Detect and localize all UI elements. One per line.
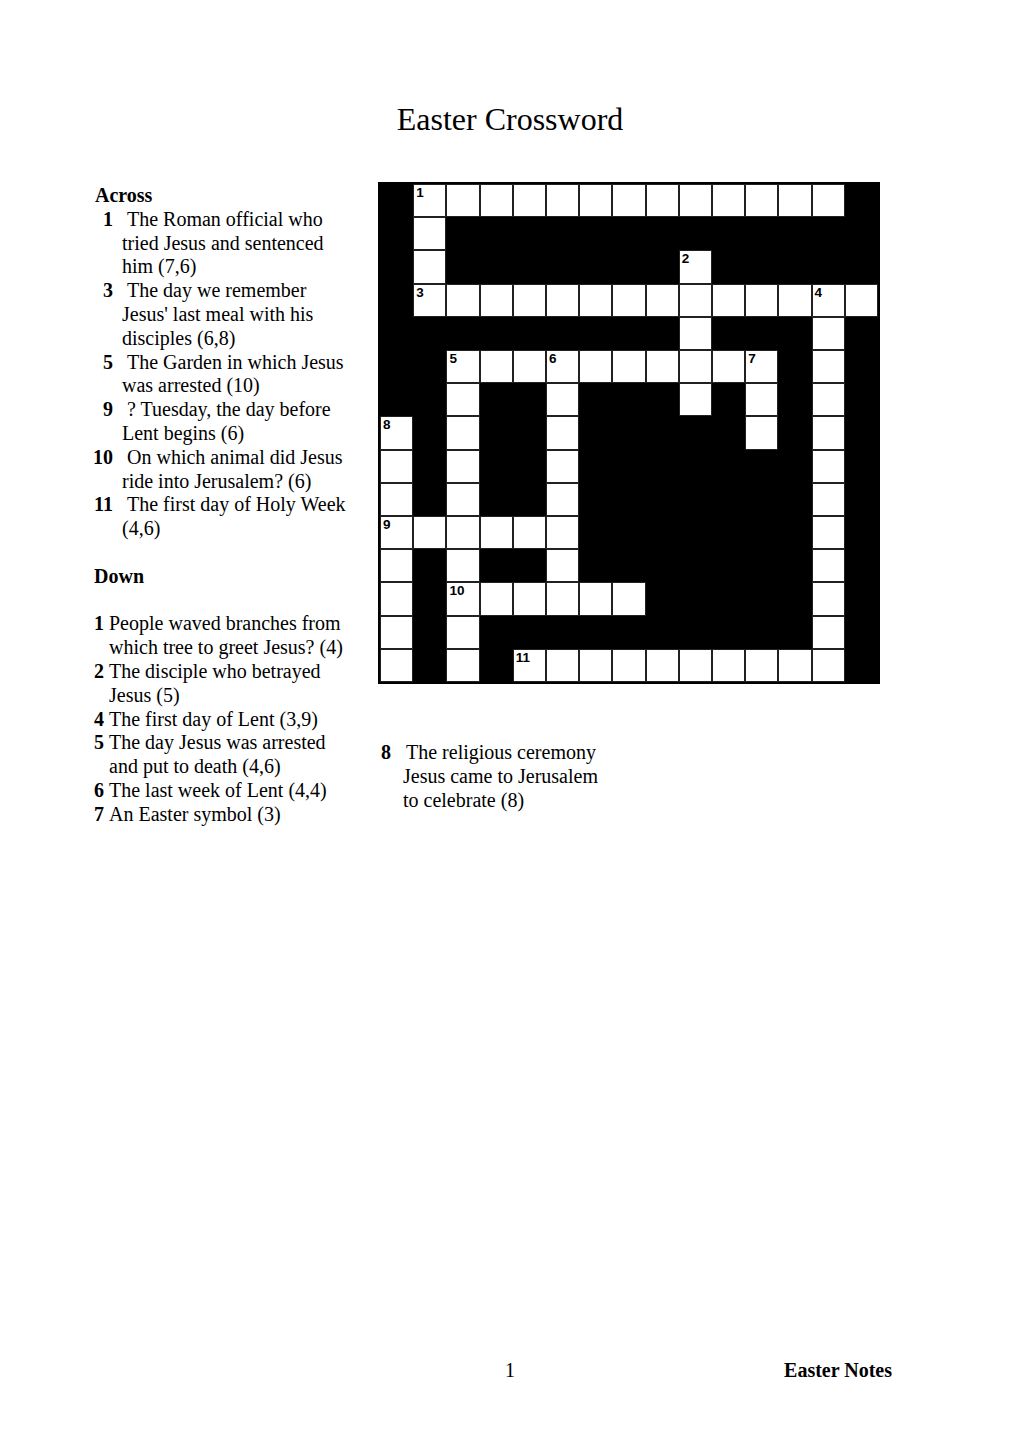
block-cell — [812, 217, 845, 250]
clue: 6The last week of Lent (4,4) — [94, 779, 387, 803]
grid-cell: 1 — [413, 184, 446, 217]
clue-text: The last week of Lent (4,4) — [109, 779, 327, 803]
clue-number: 5 — [87, 351, 113, 399]
block-cell — [679, 450, 712, 483]
grid-cell — [446, 549, 479, 582]
clue-text: The first day of Lent (3,9) — [109, 708, 318, 732]
grid-cell — [679, 350, 712, 383]
block-cell — [845, 184, 878, 217]
block-cell — [845, 250, 878, 283]
block-cell — [413, 483, 446, 516]
grid-cell: 6 — [546, 350, 579, 383]
grid-cell — [579, 350, 612, 383]
block-cell — [579, 416, 612, 449]
crossword-grid: 1234567891011 — [378, 182, 880, 684]
grid-cell: 4 — [812, 284, 845, 317]
grid-cell — [612, 582, 645, 615]
block-cell — [679, 616, 712, 649]
grid-cell — [546, 284, 579, 317]
grid-cell — [679, 383, 712, 416]
across-heading: Across — [95, 184, 387, 208]
cell-clue-number: 1 — [416, 185, 424, 200]
grid-cell — [612, 184, 645, 217]
block-cell — [646, 250, 679, 283]
block-cell — [679, 416, 712, 449]
block-cell — [612, 217, 645, 250]
grid-cell — [546, 649, 579, 682]
block-cell — [845, 416, 878, 449]
block-cell — [579, 549, 612, 582]
grid-cell — [646, 350, 679, 383]
block-cell — [745, 450, 778, 483]
block-cell — [612, 616, 645, 649]
block-cell — [579, 516, 612, 549]
block-cell — [612, 516, 645, 549]
grid-cell — [446, 516, 479, 549]
block-cell — [646, 616, 679, 649]
clue: 2The disciple who betrayedJesus (5) — [94, 660, 387, 708]
grid-cell — [646, 649, 679, 682]
block-cell — [712, 217, 745, 250]
grid-cell — [413, 250, 446, 283]
block-cell — [646, 483, 679, 516]
block-cell — [579, 483, 612, 516]
grid-cell — [446, 184, 479, 217]
block-cell — [413, 317, 446, 350]
block-cell — [413, 416, 446, 449]
page-title: Easter Crossword — [0, 100, 1020, 138]
grid-cell — [679, 649, 712, 682]
clue-number: 6 — [94, 779, 105, 803]
block-cell — [712, 250, 745, 283]
block-cell — [513, 416, 546, 449]
clue: 5The Garden in which Jesuswas arrested (… — [87, 351, 387, 399]
grid-cell: 2 — [679, 250, 712, 283]
grid-cell — [812, 549, 845, 582]
grid-cell — [513, 516, 546, 549]
grid-cell — [745, 416, 778, 449]
block-cell — [778, 217, 811, 250]
block-cell — [712, 549, 745, 582]
grid-cell — [745, 383, 778, 416]
grid-cell — [446, 616, 479, 649]
block-cell — [579, 383, 612, 416]
block-cell — [712, 317, 745, 350]
clue-number: 1 — [87, 208, 113, 279]
block-cell — [480, 217, 513, 250]
block-cell — [413, 549, 446, 582]
grid-cell — [446, 416, 479, 449]
spacer — [87, 589, 387, 613]
grid-cell — [845, 284, 878, 317]
block-cell — [778, 250, 811, 283]
grid-cell — [446, 483, 479, 516]
grid-cell — [513, 184, 546, 217]
grid-cell: 7 — [745, 350, 778, 383]
block-cell — [646, 317, 679, 350]
grid-cell — [546, 516, 579, 549]
block-cell — [745, 516, 778, 549]
block-cell — [679, 217, 712, 250]
block-cell — [778, 317, 811, 350]
block-cell — [845, 582, 878, 615]
clue: 10On which animal did Jesusride into Jer… — [87, 446, 387, 494]
clue: 3The day we rememberJesus' last meal wit… — [87, 279, 387, 350]
block-cell — [712, 450, 745, 483]
block-cell — [413, 450, 446, 483]
grid-cell — [480, 582, 513, 615]
grid-cell — [513, 284, 546, 317]
block-cell — [679, 549, 712, 582]
block-cell — [480, 416, 513, 449]
clue-text: An Easter symbol (3) — [109, 803, 281, 827]
grid-cell: 5 — [446, 350, 479, 383]
block-cell — [413, 616, 446, 649]
block-cell — [513, 383, 546, 416]
cell-clue-number: 3 — [416, 285, 424, 300]
grid-cell — [612, 350, 645, 383]
grid-cell — [812, 582, 845, 615]
clue-column: Across 1The Roman official whotried Jesu… — [87, 184, 387, 827]
block-cell — [646, 416, 679, 449]
clue-text: The disciple who betrayedJesus (5) — [109, 660, 321, 708]
block-cell — [612, 317, 645, 350]
grid-cell — [579, 284, 612, 317]
block-cell — [413, 350, 446, 383]
grid-cell — [546, 416, 579, 449]
block-cell — [845, 649, 878, 682]
grid-cell — [546, 450, 579, 483]
grid-cell — [812, 416, 845, 449]
grid-cell — [812, 350, 845, 383]
down-heading: Down — [94, 565, 387, 589]
clue-text: The Roman official whotried Jesus and se… — [122, 208, 324, 279]
clue-text: The Garden in which Jesuswas arrested (1… — [122, 351, 344, 399]
block-cell — [413, 582, 446, 615]
block-cell — [778, 549, 811, 582]
grid-cell — [446, 450, 479, 483]
grid-cell — [413, 516, 446, 549]
grid-cell — [778, 284, 811, 317]
grid-cell — [413, 217, 446, 250]
grid-cell — [679, 284, 712, 317]
cell-clue-number: 2 — [682, 251, 690, 266]
cell-clue-number: 6 — [549, 351, 557, 366]
block-cell — [513, 616, 546, 649]
clue-text: The day Jesus was arrestedand put to dea… — [109, 731, 326, 779]
block-cell — [513, 483, 546, 516]
grid-cell — [612, 284, 645, 317]
block-cell — [646, 549, 679, 582]
clue-number: 5 — [94, 731, 105, 779]
block-cell — [546, 317, 579, 350]
clue-text: The day we rememberJesus' last meal with… — [122, 279, 313, 350]
clue-text: ? Tuesday, the day beforeLent begins (6) — [122, 398, 331, 446]
block-cell — [646, 383, 679, 416]
block-cell — [778, 616, 811, 649]
grid-cell — [812, 483, 845, 516]
block-cell — [480, 649, 513, 682]
grid-cell — [745, 284, 778, 317]
block-cell — [579, 616, 612, 649]
cell-clue-number: 10 — [449, 583, 464, 598]
block-cell — [413, 383, 446, 416]
clue-text: People waved branches fromwhich tree to … — [109, 612, 343, 660]
block-cell — [579, 450, 612, 483]
block-cell — [446, 250, 479, 283]
grid-cell: 10 — [446, 582, 479, 615]
clue-number: 11 — [87, 493, 113, 541]
block-cell — [745, 317, 778, 350]
grid-cell — [679, 184, 712, 217]
block-cell — [778, 350, 811, 383]
clue-text: The religious ceremonyJesus came to Jeru… — [403, 741, 598, 812]
block-cell — [480, 317, 513, 350]
block-cell — [612, 383, 645, 416]
block-cell — [778, 516, 811, 549]
grid-cell — [778, 649, 811, 682]
grid-cell — [546, 383, 579, 416]
block-cell — [646, 217, 679, 250]
block-cell — [612, 250, 645, 283]
clue: 11The first day of Holy Week(4,6) — [87, 493, 387, 541]
grid-cell — [812, 184, 845, 217]
clue-text: The first day of Holy Week(4,6) — [122, 493, 346, 541]
clue: 9? Tuesday, the day beforeLent begins (6… — [87, 398, 387, 446]
down-clue-8: 8The religious ceremonyJesus came to Jer… — [381, 741, 598, 812]
block-cell — [480, 383, 513, 416]
grid-cell — [712, 350, 745, 383]
grid-cell — [579, 184, 612, 217]
grid-cell — [480, 350, 513, 383]
block-cell — [845, 516, 878, 549]
grid-cell — [480, 516, 513, 549]
grid-cell — [579, 582, 612, 615]
clue-number: 1 — [94, 612, 105, 660]
clue-number: 9 — [87, 398, 113, 446]
grid-cell — [812, 383, 845, 416]
grid-cell — [513, 582, 546, 615]
grid-cell — [778, 184, 811, 217]
block-cell — [845, 549, 878, 582]
grid-cell: 11 — [513, 649, 546, 682]
grid-cell — [513, 350, 546, 383]
block-cell — [845, 383, 878, 416]
block-cell — [579, 250, 612, 283]
clue: 4The first day of Lent (3,9) — [94, 708, 387, 732]
clue-text: On which animal did Jesusride into Jerus… — [122, 446, 343, 494]
block-cell — [679, 483, 712, 516]
grid-cell — [812, 649, 845, 682]
block-cell — [745, 250, 778, 283]
block-cell — [646, 450, 679, 483]
block-cell — [845, 450, 878, 483]
cell-clue-number: 11 — [516, 650, 530, 665]
cell-clue-number: 7 — [748, 351, 756, 366]
block-cell — [480, 450, 513, 483]
grid-cell — [546, 483, 579, 516]
footer-doc-title: Easter Notes — [784, 1358, 892, 1382]
block-cell — [679, 516, 712, 549]
grid-cell — [546, 582, 579, 615]
block-cell — [513, 450, 546, 483]
block-cell — [712, 582, 745, 615]
block-cell — [480, 250, 513, 283]
grid-cell — [745, 184, 778, 217]
block-cell — [612, 549, 645, 582]
clue: 7An Easter symbol (3) — [94, 803, 387, 827]
grid-cell — [745, 649, 778, 682]
grid-cell — [812, 450, 845, 483]
block-cell — [480, 549, 513, 582]
grid-cell — [546, 549, 579, 582]
block-cell — [778, 483, 811, 516]
block-cell — [579, 217, 612, 250]
block-cell — [679, 582, 712, 615]
block-cell — [612, 416, 645, 449]
block-cell — [712, 383, 745, 416]
clue: 5The day Jesus was arrestedand put to de… — [94, 731, 387, 779]
clue-number: 8 — [381, 741, 394, 812]
block-cell — [513, 549, 546, 582]
block-cell — [845, 317, 878, 350]
block-cell — [778, 450, 811, 483]
block-cell — [845, 350, 878, 383]
across-clue-list: 1The Roman official whotried Jesus and s… — [87, 208, 387, 541]
grid-cell: 3 — [413, 284, 446, 317]
block-cell — [745, 582, 778, 615]
block-cell — [612, 450, 645, 483]
grid-cell — [812, 616, 845, 649]
block-cell — [712, 416, 745, 449]
grid-cell — [712, 649, 745, 682]
block-cell — [513, 250, 546, 283]
spacer — [87, 541, 387, 565]
grid-cell — [446, 284, 479, 317]
block-cell — [778, 416, 811, 449]
block-cell — [745, 483, 778, 516]
block-cell — [712, 616, 745, 649]
clue-number: 2 — [94, 660, 105, 708]
grid-cell — [612, 649, 645, 682]
down-clue-list: 1People waved branches fromwhich tree to… — [87, 612, 387, 826]
block-cell — [778, 582, 811, 615]
block-cell — [845, 616, 878, 649]
block-cell — [778, 383, 811, 416]
block-cell — [513, 317, 546, 350]
block-cell — [446, 217, 479, 250]
block-cell — [812, 250, 845, 283]
grid-cell — [480, 184, 513, 217]
block-cell — [845, 483, 878, 516]
grid-cell — [546, 184, 579, 217]
grid-cell — [579, 649, 612, 682]
cell-clue-number: 4 — [815, 285, 823, 300]
block-cell — [712, 483, 745, 516]
grid-cell — [812, 516, 845, 549]
clue-number: 4 — [94, 708, 105, 732]
grid-cell — [812, 317, 845, 350]
block-cell — [546, 250, 579, 283]
clue-number: 3 — [87, 279, 113, 350]
block-cell — [745, 549, 778, 582]
block-cell — [646, 516, 679, 549]
block-cell — [745, 217, 778, 250]
cell-clue-number: 5 — [449, 351, 457, 366]
block-cell — [612, 483, 645, 516]
block-cell — [745, 616, 778, 649]
block-cell — [712, 516, 745, 549]
clue: 1People waved branches fromwhich tree to… — [94, 612, 387, 660]
block-cell — [646, 582, 679, 615]
grid-cell — [646, 284, 679, 317]
block-cell — [579, 317, 612, 350]
clue: 1The Roman official whotried Jesus and s… — [87, 208, 387, 279]
grid-cell — [646, 184, 679, 217]
block-cell — [480, 616, 513, 649]
grid-cell — [480, 284, 513, 317]
block-cell — [413, 649, 446, 682]
grid-cell — [446, 383, 479, 416]
grid-cell — [446, 649, 479, 682]
grid-cell — [712, 184, 745, 217]
grid-cell — [712, 284, 745, 317]
clue-number: 7 — [94, 803, 105, 827]
block-cell — [446, 317, 479, 350]
block-cell — [480, 483, 513, 516]
block-cell — [546, 217, 579, 250]
clue-number: 10 — [87, 446, 113, 494]
block-cell — [513, 217, 546, 250]
block-cell — [546, 616, 579, 649]
grid-cell — [679, 317, 712, 350]
block-cell — [845, 217, 878, 250]
